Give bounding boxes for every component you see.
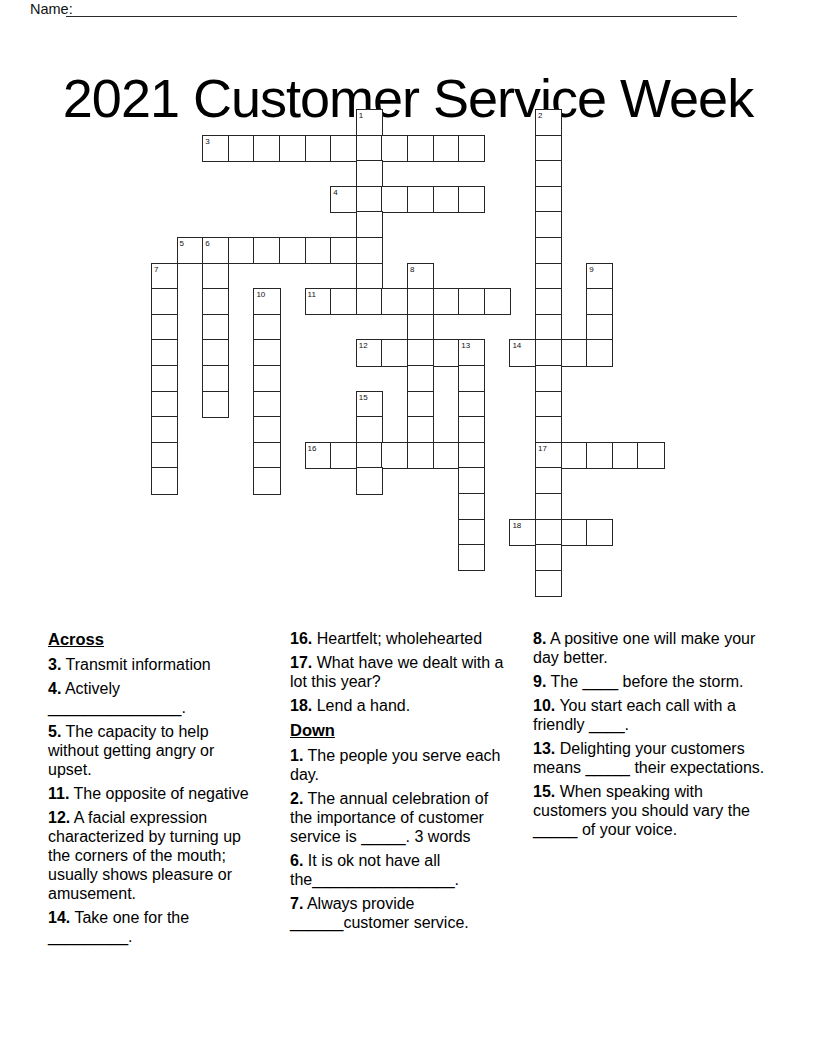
grid-cell-r9c2[interactable]: [202, 339, 229, 366]
grid-cell-r10c10[interactable]: [407, 365, 434, 392]
clue-7: 7. Always provide ______customer service…: [290, 894, 508, 932]
cell-number-12: 12: [359, 342, 368, 350]
grid-cell-r11c15[interactable]: [535, 391, 562, 418]
grid-cell-r8c2[interactable]: [202, 314, 229, 341]
grid-cell-r14c0[interactable]: [151, 467, 178, 494]
cell-number-5: 5: [180, 240, 184, 248]
grid-cell-r7c0[interactable]: [151, 288, 178, 315]
clue-column-3: 8. A positive one will make your day bet…: [533, 629, 773, 844]
grid-cell-r18c15[interactable]: [535, 570, 562, 597]
clue-5: 5. The capacity to help without getting …: [48, 722, 260, 779]
clue-column-2: 16. Heartfelt; wholehearted17. What have…: [290, 629, 508, 937]
grid-cell-r4c15[interactable]: [535, 211, 562, 238]
grid-cell-r13c8[interactable]: [356, 442, 383, 469]
grid-cell-r10c15[interactable]: [535, 365, 562, 392]
grid-cell-r9c4[interactable]: [253, 339, 280, 366]
grid-cell-r2c8[interactable]: [356, 160, 383, 187]
grid-cell-r12c12[interactable]: [458, 416, 485, 443]
name-input-line[interactable]: [66, 0, 737, 17]
grid-cell-r7c17[interactable]: [586, 288, 613, 315]
grid-cell-r11c12[interactable]: [458, 391, 485, 418]
clues-section-header-down: Down: [290, 720, 508, 740]
clue-12: 12. A facial expression characterized by…: [48, 808, 260, 903]
grid-cell-r5c15[interactable]: [535, 237, 562, 264]
grid-cell-r1c15[interactable]: [535, 135, 562, 162]
grid-cell-r8c0[interactable]: [151, 314, 178, 341]
clue-15: 15. When speaking with customers you sho…: [533, 782, 773, 839]
grid-cell-r9c11[interactable]: [433, 339, 460, 366]
grid-cell-r6c15[interactable]: [535, 263, 562, 290]
grid-cell-r3c12[interactable]: [458, 186, 485, 213]
grid-cell-r11c4[interactable]: [253, 391, 280, 418]
clue-6: 6. It is ok not have all the____________…: [290, 851, 508, 889]
grid-cell-r1c11[interactable]: [433, 135, 460, 162]
cell-number-7: 7: [154, 266, 158, 274]
clue-16: 16. Heartfelt; wholehearted: [290, 629, 508, 648]
clue-18: 18. Lend a hand.: [290, 696, 508, 715]
grid-cell-r3c15[interactable]: [535, 186, 562, 213]
grid-cell-r3c9[interactable]: [381, 186, 408, 213]
grid-cell-r13c19[interactable]: [637, 442, 664, 469]
grid-cell-r12c10[interactable]: [407, 416, 434, 443]
grid-cell-r8c10[interactable]: [407, 314, 434, 341]
grid-cell-r9c16[interactable]: [561, 339, 588, 366]
grid-cell-r7c13[interactable]: [484, 288, 511, 315]
grid-cell-r10c12[interactable]: [458, 365, 485, 392]
grid-cell-r1c5[interactable]: [279, 135, 306, 162]
grid-cell-r6c2[interactable]: [202, 263, 229, 290]
grid-cell-r10c4[interactable]: [253, 365, 280, 392]
grid-cell-r9c0[interactable]: [151, 339, 178, 366]
grid-cell-r1c7[interactable]: [330, 135, 357, 162]
clue-17: 17. What have we dealt with a lot this y…: [290, 653, 508, 691]
grid-cell-r13c18[interactable]: [612, 442, 639, 469]
grid-cell-r1c9[interactable]: [381, 135, 408, 162]
grid-cell-r1c10[interactable]: [407, 135, 434, 162]
grid-cell-r17c15[interactable]: [535, 544, 562, 571]
cell-number-8: 8: [410, 266, 414, 274]
crossword-grid: 123456789101112131415161718: [151, 109, 665, 598]
worksheet-page: Name: 2021 Customer Service Week 1234567…: [0, 0, 816, 1056]
grid-cell-r13c10[interactable]: [407, 442, 434, 469]
grid-cell-r11c10[interactable]: [407, 391, 434, 418]
grid-cell-r7c9[interactable]: [381, 288, 408, 315]
grid-cell-r7c15[interactable]: [535, 288, 562, 315]
grid-cell-r12c0[interactable]: [151, 416, 178, 443]
grid-cell-r8c4[interactable]: [253, 314, 280, 341]
grid-cell-r9c17[interactable]: [586, 339, 613, 366]
grid-cell-r9c10[interactable]: [407, 339, 434, 366]
grid-cell-r12c15[interactable]: [535, 416, 562, 443]
grid-cell-r14c4[interactable]: [253, 467, 280, 494]
clue-2: 2. The annual celebration of the importa…: [290, 789, 508, 846]
clue-8: 8. A positive one will make your day bet…: [533, 629, 773, 667]
grid-cell-r13c0[interactable]: [151, 442, 178, 469]
grid-cell-r1c12[interactable]: [458, 135, 485, 162]
grid-cell-r16c17[interactable]: [586, 519, 613, 546]
grid-cell-r8c15[interactable]: [535, 314, 562, 341]
grid-cell-r7c12[interactable]: [458, 288, 485, 315]
clues-section-header-across: Across: [48, 629, 260, 649]
grid-cell-r15c15[interactable]: [535, 493, 562, 520]
grid-cell-r5c7[interactable]: [330, 237, 357, 264]
grid-cell-r14c15[interactable]: [535, 467, 562, 494]
cell-number-15: 15: [359, 394, 368, 402]
grid-cell-r12c4[interactable]: [253, 416, 280, 443]
cell-number-9: 9: [589, 266, 593, 274]
grid-cell-r10c0[interactable]: [151, 365, 178, 392]
grid-cell-r9c15[interactable]: [535, 339, 562, 366]
grid-cell-r13c11[interactable]: [433, 442, 460, 469]
grid-cell-r13c17[interactable]: [586, 442, 613, 469]
grid-cell-r7c2[interactable]: [202, 288, 229, 315]
cell-number-3: 3: [205, 138, 209, 146]
grid-cell-r5c6[interactable]: [305, 237, 332, 264]
grid-cell-r2c15[interactable]: [535, 160, 562, 187]
grid-cell-r5c5[interactable]: [279, 237, 306, 264]
grid-cell-r10c2[interactable]: [202, 365, 229, 392]
grid-cell-r13c9[interactable]: [381, 442, 408, 469]
grid-cell-r12c8[interactable]: [356, 416, 383, 443]
clue-column-1: Across3. Transmit information4. Actively…: [48, 629, 260, 951]
grid-cell-r4c8[interactable]: [356, 211, 383, 238]
grid-cell-r13c16[interactable]: [561, 442, 588, 469]
cell-number-4: 4: [333, 189, 337, 197]
grid-cell-r9c9[interactable]: [381, 339, 408, 366]
grid-cell-r16c12[interactable]: [458, 519, 485, 546]
grid-cell-r17c12[interactable]: [458, 544, 485, 571]
grid-cell-r16c15[interactable]: [535, 519, 562, 546]
cell-number-6: 6: [205, 240, 209, 248]
grid-cell-r7c11[interactable]: [433, 288, 460, 315]
cell-number-14: 14: [512, 342, 521, 350]
grid-cell-r1c3[interactable]: [228, 135, 255, 162]
clue-14: 14. Take one for the _________.: [48, 908, 260, 946]
grid-cell-r5c4[interactable]: [253, 237, 280, 264]
grid-cell-r3c10[interactable]: [407, 186, 434, 213]
grid-cell-r13c12[interactable]: [458, 442, 485, 469]
grid-cell-r7c7[interactable]: [330, 288, 357, 315]
grid-cell-r7c8[interactable]: [356, 288, 383, 315]
clue-1: 1. The people you serve each day.: [290, 746, 508, 784]
clue-9: 9. The ____ before the storm.: [533, 672, 773, 691]
cell-number-17: 17: [538, 445, 547, 453]
grid-cell-r11c0[interactable]: [151, 391, 178, 418]
cell-number-13: 13: [461, 342, 470, 350]
clue-3: 3. Transmit information: [48, 655, 260, 674]
clue-13: 13. Delighting your customers means ____…: [533, 739, 773, 777]
grid-cell-r14c12[interactable]: [458, 467, 485, 494]
clue-11: 11. The opposite of negative: [48, 784, 260, 803]
grid-cell-r13c4[interactable]: [253, 442, 280, 469]
cell-number-18: 18: [512, 522, 521, 530]
grid-cell-r5c8[interactable]: [356, 237, 383, 264]
grid-cell-r1c6[interactable]: [305, 135, 332, 162]
grid-cell-r11c2[interactable]: [202, 391, 229, 418]
grid-cell-r16c16[interactable]: [561, 519, 588, 546]
grid-cell-r3c8[interactable]: [356, 186, 383, 213]
grid-cell-r5c3[interactable]: [228, 237, 255, 264]
cell-number-11: 11: [308, 291, 316, 299]
grid-cell-r13c7[interactable]: [330, 442, 357, 469]
cell-number-1: 1: [359, 112, 363, 120]
grid-cell-r1c4[interactable]: [253, 135, 280, 162]
cell-number-10: 10: [256, 291, 265, 299]
grid-cell-r6c8[interactable]: [356, 263, 383, 290]
grid-cell-r3c11[interactable]: [433, 186, 460, 213]
cell-number-16: 16: [308, 445, 317, 453]
clue-4: 4. Actively _______________.: [48, 679, 260, 717]
grid-cell-r1c8[interactable]: [356, 135, 383, 162]
grid-cell-r7c10[interactable]: [407, 288, 434, 315]
cell-number-2: 2: [538, 112, 542, 120]
clue-10: 10. You start each call with a friendly …: [533, 696, 773, 734]
grid-cell-r15c12[interactable]: [458, 493, 485, 520]
grid-cell-r14c8[interactable]: [356, 467, 383, 494]
grid-cell-r8c17[interactable]: [586, 314, 613, 341]
